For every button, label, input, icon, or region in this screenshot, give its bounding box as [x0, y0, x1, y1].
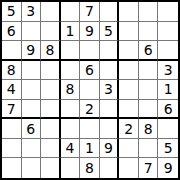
sudoku-cell[interactable] — [158, 119, 178, 139]
sudoku-cell[interactable]: 4 — [2, 80, 22, 100]
sudoku-cell[interactable] — [80, 119, 100, 139]
sudoku-cell[interactable] — [119, 22, 139, 42]
sudoku-cell[interactable] — [158, 2, 178, 22]
sudoku-cell[interactable] — [139, 100, 159, 120]
sudoku-cell[interactable] — [22, 158, 42, 178]
sudoku-cell[interactable]: 5 — [100, 22, 120, 42]
sudoku-cell[interactable] — [100, 119, 120, 139]
sudoku-cell[interactable] — [139, 22, 159, 42]
sudoku-cell[interactable] — [139, 61, 159, 81]
sudoku-cell[interactable]: 3 — [158, 61, 178, 81]
sudoku-cell[interactable]: 1 — [80, 139, 100, 159]
sudoku-cell[interactable] — [22, 100, 42, 120]
sudoku-cell[interactable] — [41, 80, 61, 100]
sudoku-cell[interactable]: 5 — [2, 2, 22, 22]
sudoku-cell[interactable] — [61, 100, 81, 120]
sudoku-cell[interactable]: 9 — [22, 41, 42, 61]
sudoku-cell[interactable]: 1 — [61, 22, 81, 42]
sudoku-cell[interactable] — [158, 41, 178, 61]
sudoku-cell[interactable] — [139, 2, 159, 22]
sudoku-cell[interactable]: 6 — [22, 119, 42, 139]
sudoku-cell[interactable] — [41, 61, 61, 81]
sudoku-cell[interactable] — [41, 119, 61, 139]
sudoku-cell[interactable] — [61, 61, 81, 81]
sudoku-cell[interactable] — [41, 2, 61, 22]
sudoku-cell[interactable]: 6 — [2, 22, 22, 42]
sudoku-cell[interactable]: 2 — [119, 119, 139, 139]
sudoku-cell[interactable]: 8 — [80, 158, 100, 178]
sudoku-cell[interactable] — [61, 41, 81, 61]
sudoku-cell[interactable] — [119, 61, 139, 81]
sudoku-cell[interactable] — [100, 61, 120, 81]
sudoku-cell[interactable]: 6 — [80, 61, 100, 81]
sudoku-cell[interactable] — [119, 41, 139, 61]
sudoku-cell[interactable] — [100, 100, 120, 120]
sudoku-cell[interactable]: 1 — [158, 80, 178, 100]
sudoku-cell[interactable] — [139, 80, 159, 100]
sudoku-cell[interactable]: 3 — [22, 2, 42, 22]
sudoku-cell[interactable]: 4 — [61, 139, 81, 159]
sudoku-cell[interactable]: 8 — [139, 119, 159, 139]
sudoku-cell[interactable] — [100, 2, 120, 22]
sudoku-cell[interactable] — [139, 139, 159, 159]
sudoku-cell[interactable]: 8 — [2, 61, 22, 81]
sudoku-cell[interactable] — [80, 41, 100, 61]
sudoku-cell[interactable]: 9 — [158, 158, 178, 178]
sudoku-cell[interactable]: 7 — [80, 2, 100, 22]
sudoku-cell[interactable]: 9 — [100, 139, 120, 159]
sudoku-cell[interactable] — [2, 41, 22, 61]
sudoku-cell[interactable] — [119, 2, 139, 22]
sudoku-cell[interactable] — [119, 158, 139, 178]
sudoku-cell[interactable]: 3 — [100, 80, 120, 100]
sudoku-cell[interactable] — [100, 41, 120, 61]
sudoku-cell[interactable]: 9 — [80, 22, 100, 42]
sudoku-cell[interactable] — [41, 139, 61, 159]
sudoku-cell[interactable] — [119, 100, 139, 120]
sudoku-cell[interactable] — [2, 139, 22, 159]
sudoku-cell[interactable] — [41, 100, 61, 120]
sudoku-cell[interactable] — [2, 119, 22, 139]
sudoku-cell[interactable] — [80, 80, 100, 100]
sudoku-cell[interactable]: 7 — [139, 158, 159, 178]
sudoku-cell[interactable] — [158, 22, 178, 42]
sudoku-cell[interactable]: 6 — [139, 41, 159, 61]
sudoku-cell[interactable]: 2 — [80, 100, 100, 120]
sudoku-cell[interactable] — [22, 80, 42, 100]
sudoku-cell[interactable]: 8 — [41, 41, 61, 61]
sudoku-cell[interactable] — [22, 22, 42, 42]
sudoku-cell[interactable] — [119, 139, 139, 159]
sudoku-cell[interactable] — [61, 158, 81, 178]
sudoku-cell[interactable] — [61, 119, 81, 139]
sudoku-cell[interactable] — [22, 61, 42, 81]
sudoku-cell[interactable] — [61, 2, 81, 22]
sudoku-cell[interactable] — [41, 22, 61, 42]
sudoku-cell[interactable] — [100, 158, 120, 178]
sudoku-cell[interactable] — [119, 80, 139, 100]
sudoku-cell[interactable] — [2, 158, 22, 178]
sudoku-cell[interactable]: 7 — [2, 100, 22, 120]
sudoku-cell[interactable]: 6 — [158, 100, 178, 120]
sudoku-cell[interactable]: 8 — [61, 80, 81, 100]
sudoku-cell[interactable] — [41, 158, 61, 178]
sudoku-board: 537619598686348317266284195879 — [0, 0, 180, 180]
sudoku-cell[interactable]: 5 — [158, 139, 178, 159]
sudoku-cell[interactable] — [22, 139, 42, 159]
